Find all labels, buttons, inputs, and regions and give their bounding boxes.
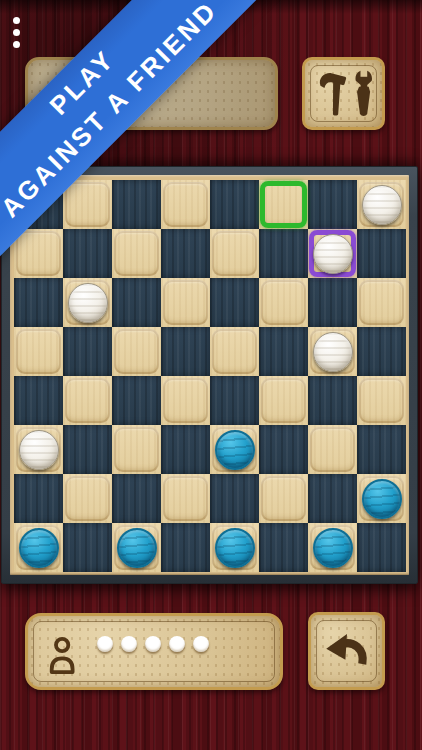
undo-icon xyxy=(322,627,372,675)
square-d4[interactable] xyxy=(161,376,210,425)
square-g6[interactable] xyxy=(308,278,357,327)
score-dot xyxy=(193,636,209,652)
score-dot xyxy=(169,636,185,652)
square-h5[interactable] xyxy=(357,327,406,376)
square-c4[interactable] xyxy=(112,376,161,425)
square-h6[interactable] xyxy=(357,278,406,327)
square-e1[interactable] xyxy=(210,523,259,572)
square-g1[interactable] xyxy=(308,523,357,572)
square-h3[interactable] xyxy=(357,425,406,474)
square-g8[interactable] xyxy=(308,180,357,229)
square-b2[interactable] xyxy=(63,474,112,523)
white-piece[interactable] xyxy=(313,332,353,372)
square-d7[interactable] xyxy=(161,229,210,278)
square-c6[interactable] xyxy=(112,278,161,327)
tools-button[interactable] xyxy=(302,57,385,130)
square-a3[interactable] xyxy=(14,425,63,474)
blue-piece[interactable] xyxy=(313,528,353,568)
square-f2[interactable] xyxy=(259,474,308,523)
white-piece[interactable] xyxy=(19,430,59,470)
square-d5[interactable] xyxy=(161,327,210,376)
score-dot xyxy=(121,636,137,652)
white-piece[interactable] xyxy=(362,185,402,225)
score-dot xyxy=(145,636,161,652)
square-f7[interactable] xyxy=(259,229,308,278)
player-bar xyxy=(25,613,283,690)
square-c2[interactable] xyxy=(112,474,161,523)
board xyxy=(14,180,406,572)
square-b7[interactable] xyxy=(63,229,112,278)
overflow-menu-icon[interactable] xyxy=(9,17,23,53)
square-h7[interactable] xyxy=(357,229,406,278)
score-dot xyxy=(97,636,113,652)
square-g3[interactable] xyxy=(308,425,357,474)
white-piece[interactable] xyxy=(68,283,108,323)
square-f8[interactable] xyxy=(259,180,308,229)
square-a2[interactable] xyxy=(14,474,63,523)
square-d2[interactable] xyxy=(161,474,210,523)
square-f1[interactable] xyxy=(259,523,308,572)
square-c8[interactable] xyxy=(112,180,161,229)
square-b6[interactable] xyxy=(63,278,112,327)
square-d3[interactable] xyxy=(161,425,210,474)
blue-piece[interactable] xyxy=(215,430,255,470)
square-c1[interactable] xyxy=(112,523,161,572)
square-a5[interactable] xyxy=(14,327,63,376)
square-e4[interactable] xyxy=(210,376,259,425)
score-dots xyxy=(97,636,209,652)
square-e3[interactable] xyxy=(210,425,259,474)
square-c7[interactable] xyxy=(112,229,161,278)
square-d1[interactable] xyxy=(161,523,210,572)
undo-button[interactable] xyxy=(308,612,385,690)
square-h1[interactable] xyxy=(357,523,406,572)
square-a7[interactable] xyxy=(14,229,63,278)
hammer-wrench-icon xyxy=(315,68,373,120)
green-highlight xyxy=(260,181,307,228)
player-icon xyxy=(46,634,84,676)
square-a4[interactable] xyxy=(14,376,63,425)
square-e7[interactable] xyxy=(210,229,259,278)
square-h4[interactable] xyxy=(357,376,406,425)
square-d6[interactable] xyxy=(161,278,210,327)
square-d8[interactable] xyxy=(161,180,210,229)
square-b3[interactable] xyxy=(63,425,112,474)
board-frame xyxy=(1,166,418,584)
square-f4[interactable] xyxy=(259,376,308,425)
square-c5[interactable] xyxy=(112,327,161,376)
square-e6[interactable] xyxy=(210,278,259,327)
blue-piece[interactable] xyxy=(362,479,402,519)
square-a6[interactable] xyxy=(14,278,63,327)
app-screen: PLAY AGAINST A FRIEND xyxy=(0,0,422,750)
square-g2[interactable] xyxy=(308,474,357,523)
square-e5[interactable] xyxy=(210,327,259,376)
square-f5[interactable] xyxy=(259,327,308,376)
square-b4[interactable] xyxy=(63,376,112,425)
blue-piece[interactable] xyxy=(215,528,255,568)
square-f3[interactable] xyxy=(259,425,308,474)
square-a1[interactable] xyxy=(14,523,63,572)
square-h2[interactable] xyxy=(357,474,406,523)
square-g4[interactable] xyxy=(308,376,357,425)
square-b5[interactable] xyxy=(63,327,112,376)
square-b1[interactable] xyxy=(63,523,112,572)
blue-piece[interactable] xyxy=(117,528,157,568)
square-b8[interactable] xyxy=(63,180,112,229)
square-e8[interactable] xyxy=(210,180,259,229)
square-e2[interactable] xyxy=(210,474,259,523)
square-h8[interactable] xyxy=(357,180,406,229)
square-f6[interactable] xyxy=(259,278,308,327)
white-piece[interactable] xyxy=(313,234,353,274)
square-g5[interactable] xyxy=(308,327,357,376)
square-c3[interactable] xyxy=(112,425,161,474)
blue-piece[interactable] xyxy=(19,528,59,568)
square-g7[interactable] xyxy=(308,229,357,278)
